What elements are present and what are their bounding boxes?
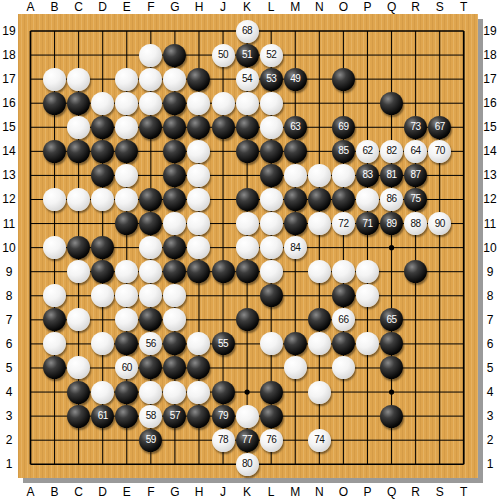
white-stone-B17[interactable] bbox=[43, 68, 66, 91]
star-point bbox=[389, 389, 394, 394]
coord-label-bottom: Q bbox=[387, 486, 396, 498]
move-number-label: 82 bbox=[386, 146, 396, 156]
coord-label-right: 12 bbox=[483, 193, 496, 205]
coord-label-bottom: R bbox=[411, 486, 420, 498]
move-number-label: 78 bbox=[218, 435, 228, 445]
white-stone-L15[interactable] bbox=[260, 116, 283, 139]
move-number-label: 65 bbox=[386, 315, 396, 325]
black-stone-J15[interactable] bbox=[212, 116, 235, 139]
black-stone-Q13[interactable]: 81 bbox=[380, 164, 403, 187]
star-point bbox=[389, 245, 394, 250]
black-stone-J3[interactable]: 79 bbox=[212, 405, 235, 428]
white-stone-E15[interactable] bbox=[115, 116, 138, 139]
white-stone-J18[interactable]: 50 bbox=[212, 44, 235, 67]
move-number-label: 73 bbox=[411, 122, 421, 132]
move-number-label: 83 bbox=[362, 170, 372, 180]
coord-label-left: 4 bbox=[6, 386, 13, 398]
coord-label-bottom: B bbox=[51, 486, 59, 498]
move-number-label: 67 bbox=[435, 122, 445, 132]
coord-label-top: H bbox=[195, 1, 204, 13]
coord-label-top: M bbox=[290, 1, 300, 13]
black-stone-F15[interactable] bbox=[139, 116, 162, 139]
move-number-label: 58 bbox=[146, 411, 156, 421]
coord-label-top: J bbox=[220, 1, 226, 13]
black-stone-L13[interactable] bbox=[260, 164, 283, 187]
black-stone-C14[interactable] bbox=[67, 140, 90, 163]
black-stone-E4[interactable] bbox=[115, 381, 138, 404]
star-point bbox=[245, 389, 250, 394]
coord-label-left: 16 bbox=[2, 97, 15, 109]
move-number-label: 54 bbox=[242, 74, 252, 84]
coord-label-right: 6 bbox=[487, 338, 494, 350]
black-stone-E3[interactable] bbox=[115, 405, 138, 428]
black-stone-G18[interactable] bbox=[163, 44, 186, 67]
black-stone-K9[interactable] bbox=[236, 260, 259, 283]
move-number-label: 61 bbox=[98, 411, 108, 421]
black-stone-M14[interactable] bbox=[284, 140, 307, 163]
black-stone-O17[interactable] bbox=[332, 68, 355, 91]
coord-label-bottom: D bbox=[98, 486, 107, 498]
black-stone-K18[interactable]: 51 bbox=[236, 44, 259, 67]
coord-label-bottom: G bbox=[170, 486, 179, 498]
move-number-label: 76 bbox=[266, 435, 276, 445]
white-stone-N13[interactable] bbox=[308, 164, 331, 187]
coord-label-right: 19 bbox=[483, 25, 496, 37]
coord-label-left: 2 bbox=[6, 434, 13, 446]
white-stone-K1[interactable]: 80 bbox=[236, 453, 259, 476]
white-stone-R11[interactable]: 88 bbox=[404, 212, 427, 235]
white-stone-J2[interactable]: 78 bbox=[212, 429, 235, 452]
black-stone-O15[interactable]: 69 bbox=[332, 116, 355, 139]
move-number-label: 50 bbox=[218, 50, 228, 60]
coord-label-bottom: K bbox=[243, 486, 251, 498]
black-stone-L8[interactable] bbox=[260, 284, 283, 307]
white-stone-B12[interactable] bbox=[43, 188, 66, 211]
white-stone-P9[interactable] bbox=[356, 260, 379, 283]
move-number-label: 89 bbox=[386, 219, 396, 229]
white-stone-G17[interactable] bbox=[163, 68, 186, 91]
black-stone-G3[interactable]: 57 bbox=[163, 405, 186, 428]
white-stone-K3[interactable] bbox=[236, 405, 259, 428]
white-stone-F3[interactable]: 58 bbox=[139, 405, 162, 428]
white-stone-N11[interactable] bbox=[308, 212, 331, 235]
coord-label-top: K bbox=[243, 1, 251, 13]
white-stone-J16[interactable] bbox=[212, 92, 235, 115]
coord-label-top: G bbox=[170, 1, 179, 13]
white-stone-K19[interactable]: 68 bbox=[236, 20, 259, 43]
white-stone-L18[interactable]: 52 bbox=[260, 44, 283, 67]
coord-label-top: N bbox=[315, 1, 324, 13]
coord-label-left: 18 bbox=[2, 49, 15, 61]
move-number-label: 52 bbox=[266, 50, 276, 60]
move-number-label: 64 bbox=[411, 146, 421, 156]
black-stone-C4[interactable] bbox=[67, 381, 90, 404]
coord-label-right: 4 bbox=[487, 386, 494, 398]
black-stone-N12[interactable] bbox=[308, 188, 331, 211]
black-stone-B14[interactable] bbox=[43, 140, 66, 163]
white-stone-K10[interactable] bbox=[236, 236, 259, 259]
coord-label-bottom: S bbox=[436, 486, 444, 498]
black-stone-M15[interactable]: 63 bbox=[284, 116, 307, 139]
black-stone-C3[interactable] bbox=[67, 405, 90, 428]
coord-label-bottom: N bbox=[315, 486, 324, 498]
white-stone-C15[interactable] bbox=[67, 116, 90, 139]
move-number-label: 62 bbox=[362, 146, 372, 156]
coord-label-top: R bbox=[411, 1, 420, 13]
white-stone-E17[interactable] bbox=[115, 68, 138, 91]
white-stone-E16[interactable] bbox=[115, 92, 138, 115]
move-number-label: 79 bbox=[218, 411, 228, 421]
coord-label-top: L bbox=[268, 1, 275, 13]
white-stone-K17[interactable]: 54 bbox=[236, 68, 259, 91]
move-number-label: 53 bbox=[266, 74, 276, 84]
coord-label-right: 14 bbox=[483, 145, 496, 157]
black-stone-M12[interactable] bbox=[284, 188, 307, 211]
coord-label-left: 1 bbox=[6, 458, 13, 470]
move-number-label: 74 bbox=[314, 435, 324, 445]
black-stone-K2[interactable]: 77 bbox=[236, 429, 259, 452]
black-stone-D15[interactable] bbox=[91, 116, 114, 139]
white-stone-L9[interactable] bbox=[260, 260, 283, 283]
white-stone-F17[interactable] bbox=[139, 68, 162, 91]
move-number-label: 90 bbox=[435, 219, 445, 229]
coord-label-left: 13 bbox=[2, 169, 15, 181]
coord-label-right: 5 bbox=[487, 362, 494, 374]
black-stone-S15[interactable]: 67 bbox=[428, 116, 451, 139]
coord-label-top: P bbox=[363, 1, 371, 13]
black-stone-B16[interactable] bbox=[43, 92, 66, 115]
move-number-label: 69 bbox=[338, 122, 348, 132]
black-stone-N7[interactable] bbox=[308, 308, 331, 331]
white-stone-F4[interactable] bbox=[139, 381, 162, 404]
black-stone-G16[interactable] bbox=[163, 92, 186, 115]
coord-label-bottom: M bbox=[290, 486, 300, 498]
coord-label-bottom: E bbox=[123, 486, 131, 498]
black-stone-L14[interactable] bbox=[260, 140, 283, 163]
move-number-label: 57 bbox=[170, 411, 180, 421]
black-stone-L3[interactable] bbox=[260, 405, 283, 428]
coord-label-right: 10 bbox=[483, 242, 496, 254]
coord-label-bottom: L bbox=[268, 486, 275, 498]
coord-label-bottom: H bbox=[195, 486, 204, 498]
black-stone-P11[interactable]: 71 bbox=[356, 212, 379, 235]
white-stone-N9[interactable] bbox=[308, 260, 331, 283]
move-number-label: 72 bbox=[338, 219, 348, 229]
white-stone-O11[interactable]: 72 bbox=[332, 212, 355, 235]
coord-label-bottom: T bbox=[460, 486, 467, 498]
white-stone-M10[interactable]: 84 bbox=[284, 236, 307, 259]
black-stone-P13[interactable]: 83 bbox=[356, 164, 379, 187]
coord-label-right: 1 bbox=[487, 458, 494, 470]
white-stone-C17[interactable] bbox=[67, 68, 90, 91]
white-stone-D4[interactable] bbox=[91, 381, 114, 404]
white-stone-O9[interactable] bbox=[332, 260, 355, 283]
coord-label-right: 18 bbox=[483, 49, 496, 61]
white-stone-Q14[interactable]: 82 bbox=[380, 140, 403, 163]
white-stone-L12[interactable] bbox=[260, 188, 283, 211]
coord-label-top: T bbox=[460, 1, 467, 13]
move-number-label: 49 bbox=[290, 74, 300, 84]
coord-label-bottom: C bbox=[74, 486, 83, 498]
black-stone-D13[interactable] bbox=[91, 164, 114, 187]
move-number-label: 87 bbox=[411, 170, 421, 180]
coord-label-top: S bbox=[436, 1, 444, 13]
move-number-label: 56 bbox=[146, 339, 156, 349]
move-number-label: 71 bbox=[362, 219, 372, 229]
move-number-label: 63 bbox=[290, 122, 300, 132]
move-number-label: 85 bbox=[338, 146, 348, 156]
black-stone-H17[interactable] bbox=[187, 68, 210, 91]
coord-label-left: 3 bbox=[6, 410, 13, 422]
black-stone-R13[interactable]: 87 bbox=[404, 164, 427, 187]
black-stone-Q16[interactable] bbox=[380, 92, 403, 115]
coord-label-left: 5 bbox=[6, 362, 13, 374]
black-stone-R15[interactable]: 73 bbox=[404, 116, 427, 139]
white-stone-C12[interactable] bbox=[67, 188, 90, 211]
black-stone-Q11[interactable]: 89 bbox=[380, 212, 403, 235]
coord-label-right: 11 bbox=[484, 218, 496, 230]
black-stone-J4[interactable] bbox=[212, 381, 235, 404]
coord-label-top: F bbox=[147, 1, 154, 13]
coord-label-bottom: J bbox=[220, 486, 226, 498]
black-stone-Q3[interactable] bbox=[380, 405, 403, 428]
white-stone-F16[interactable] bbox=[139, 92, 162, 115]
black-stone-H3[interactable] bbox=[187, 405, 210, 428]
coord-label-left: 10 bbox=[2, 242, 15, 254]
coord-label-top: D bbox=[98, 1, 107, 13]
move-number-label: 75 bbox=[411, 194, 421, 204]
white-stone-M13[interactable] bbox=[284, 164, 307, 187]
black-stone-K15[interactable] bbox=[236, 116, 259, 139]
coord-label-bottom: O bbox=[339, 486, 348, 498]
coord-label-left: 14 bbox=[2, 145, 15, 157]
move-number-label: 68 bbox=[242, 26, 252, 36]
white-stone-P12[interactable] bbox=[356, 188, 379, 211]
white-stone-F18[interactable] bbox=[139, 44, 162, 67]
black-stone-J6[interactable]: 55 bbox=[212, 332, 235, 355]
coord-label-right: 15 bbox=[483, 121, 496, 133]
black-stone-K12[interactable] bbox=[236, 188, 259, 211]
coord-label-left: 8 bbox=[6, 290, 13, 302]
black-stone-J9[interactable] bbox=[212, 260, 235, 283]
coord-label-left: 19 bbox=[2, 25, 15, 37]
coord-label-right: 8 bbox=[487, 290, 494, 302]
move-number-label: 77 bbox=[242, 435, 252, 445]
move-number-label: 86 bbox=[386, 194, 396, 204]
coord-label-left: 11 bbox=[3, 218, 15, 230]
coord-label-left: 15 bbox=[2, 121, 15, 133]
move-number-label: 59 bbox=[146, 435, 156, 445]
move-number-label: 81 bbox=[386, 170, 396, 180]
black-stone-F2[interactable]: 59 bbox=[139, 429, 162, 452]
coord-label-bottom: A bbox=[26, 486, 34, 498]
white-stone-K11[interactable] bbox=[236, 212, 259, 235]
black-stone-L4[interactable] bbox=[260, 381, 283, 404]
move-number-label: 88 bbox=[411, 219, 421, 229]
white-stone-K16[interactable] bbox=[236, 92, 259, 115]
white-stone-N4[interactable] bbox=[308, 381, 331, 404]
move-number-label: 51 bbox=[242, 50, 252, 60]
white-stone-L2[interactable]: 76 bbox=[260, 429, 283, 452]
white-stone-O13[interactable] bbox=[332, 164, 355, 187]
white-stone-L11[interactable] bbox=[260, 212, 283, 235]
coord-label-right: 2 bbox=[487, 434, 494, 446]
white-stone-L10[interactable] bbox=[260, 236, 283, 259]
black-stone-O12[interactable] bbox=[332, 188, 355, 211]
coord-label-left: 9 bbox=[6, 266, 13, 278]
white-stone-D16[interactable] bbox=[91, 92, 114, 115]
coord-label-left: 7 bbox=[6, 314, 13, 326]
coord-label-bottom: P bbox=[363, 486, 371, 498]
white-stone-Q12[interactable]: 86 bbox=[380, 188, 403, 211]
coord-label-right: 17 bbox=[483, 73, 496, 85]
coord-label-right: 9 bbox=[487, 266, 494, 278]
move-number-label: 60 bbox=[122, 363, 132, 373]
white-stone-N2[interactable]: 74 bbox=[308, 429, 331, 452]
move-number-label: 55 bbox=[218, 339, 228, 349]
black-stone-D14[interactable] bbox=[91, 140, 114, 163]
coord-label-top: O bbox=[339, 1, 348, 13]
coord-label-top: E bbox=[123, 1, 131, 13]
white-stone-S14[interactable]: 70 bbox=[428, 140, 451, 163]
coord-label-top: B bbox=[51, 1, 59, 13]
black-stone-R12[interactable]: 75 bbox=[404, 188, 427, 211]
black-stone-E14[interactable] bbox=[115, 140, 138, 163]
coord-label-top: A bbox=[26, 1, 34, 13]
move-number-label: 66 bbox=[338, 315, 348, 325]
go-game-record: AABBCCDDEEFFGGHHJJKKLLMMNNOOPPQQRRSSTT19… bbox=[0, 0, 500, 500]
black-stone-K14[interactable] bbox=[236, 140, 259, 163]
white-stone-L6[interactable] bbox=[260, 332, 283, 355]
move-number-label: 80 bbox=[242, 459, 252, 469]
move-number-label: 84 bbox=[290, 243, 300, 253]
white-stone-L16[interactable] bbox=[260, 92, 283, 115]
black-stone-C16[interactable] bbox=[67, 92, 90, 115]
coord-label-right: 13 bbox=[483, 169, 496, 181]
coord-label-top: Q bbox=[387, 1, 396, 13]
white-stone-R14[interactable]: 64 bbox=[404, 140, 427, 163]
black-stone-O14[interactable]: 85 bbox=[332, 140, 355, 163]
coord-label-bottom: F bbox=[147, 486, 154, 498]
coord-label-right: 3 bbox=[487, 410, 494, 422]
coord-label-left: 6 bbox=[6, 338, 13, 350]
white-stone-G4[interactable] bbox=[163, 381, 186, 404]
black-stone-M17[interactable]: 49 bbox=[284, 68, 307, 91]
black-stone-L17[interactable]: 53 bbox=[260, 68, 283, 91]
white-stone-H4[interactable] bbox=[187, 381, 210, 404]
move-number-label: 70 bbox=[435, 146, 445, 156]
coord-label-left: 17 bbox=[2, 73, 15, 85]
black-stone-K7[interactable] bbox=[236, 308, 259, 331]
black-stone-D3[interactable]: 61 bbox=[91, 405, 114, 428]
coord-label-left: 12 bbox=[2, 193, 15, 205]
coord-label-right: 16 bbox=[483, 97, 496, 109]
coord-label-top: C bbox=[74, 1, 83, 13]
coord-label-right: 7 bbox=[487, 314, 494, 326]
white-stone-P14[interactable]: 62 bbox=[356, 140, 379, 163]
black-stone-M11[interactable] bbox=[284, 212, 307, 235]
